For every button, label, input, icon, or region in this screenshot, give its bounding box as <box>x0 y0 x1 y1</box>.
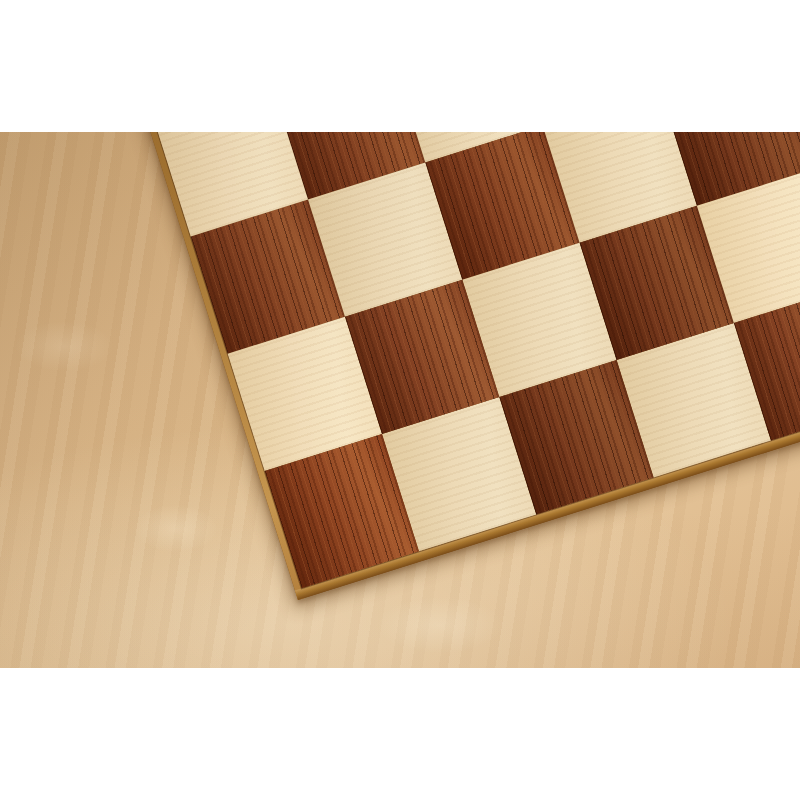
letterbox-top <box>0 0 800 132</box>
letterbox-bottom <box>0 668 800 800</box>
product-image-canvas <box>0 0 800 800</box>
product-photo <box>0 132 800 668</box>
